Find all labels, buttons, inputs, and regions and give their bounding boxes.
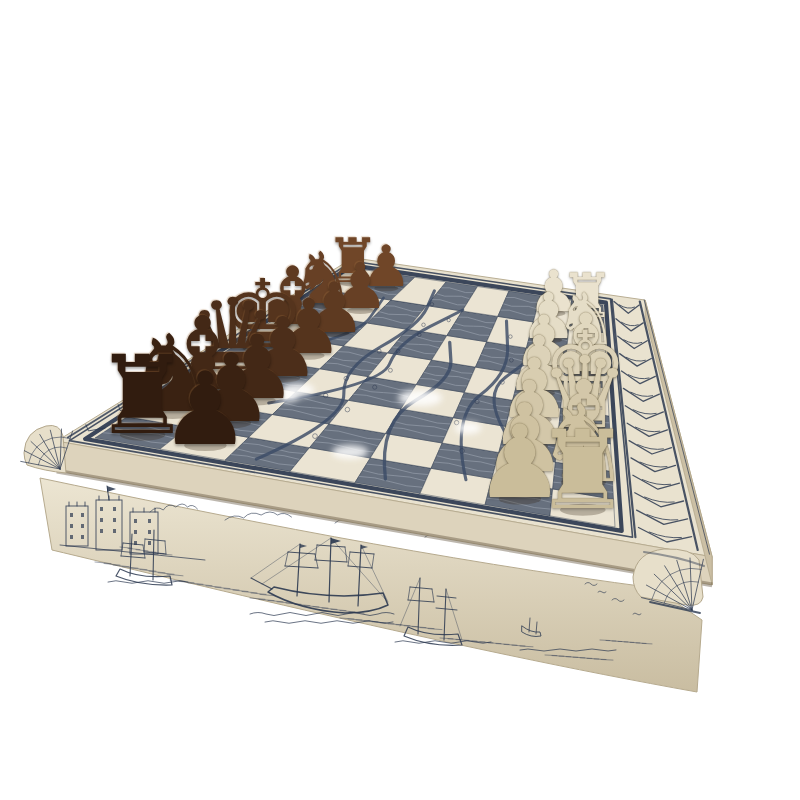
board-and-box-graphic [0,0,800,800]
chess-set-photo-scene: ♜♞♝♛♚♝♞♜♟♟♟♟♟♟♟♟♟♟♟♟♟♟♟♟♜♞♝♛♚♝♞♜ [0,0,800,800]
